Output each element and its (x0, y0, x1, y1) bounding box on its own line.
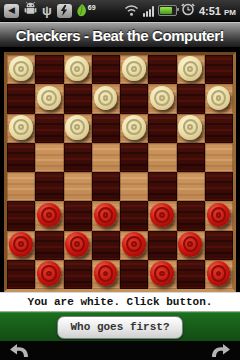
red-checker[interactable] (94, 261, 118, 286)
red-checker[interactable] (207, 261, 231, 286)
bolt-icon (57, 4, 72, 18)
board-square[interactable] (205, 260, 233, 289)
status-bar: ◀ ψ (0, 0, 240, 22)
white-checker[interactable] (94, 86, 118, 111)
board-square[interactable] (148, 84, 176, 113)
board-square[interactable] (177, 231, 205, 260)
board-square[interactable] (64, 201, 92, 230)
title-bar: Checkers - Beat the Computer! (0, 22, 240, 48)
red-checker[interactable] (122, 232, 146, 257)
white-checker[interactable] (9, 56, 33, 81)
board-square[interactable] (205, 114, 233, 143)
board-square[interactable] (148, 143, 176, 172)
board-square[interactable] (148, 114, 176, 143)
board-square[interactable] (177, 143, 205, 172)
board-square[interactable] (148, 260, 176, 289)
board-square[interactable] (120, 84, 148, 113)
white-checker[interactable] (122, 56, 146, 81)
checker-center (131, 124, 137, 130)
board-square[interactable] (35, 172, 63, 201)
board-square[interactable] (120, 114, 148, 143)
board-square[interactable] (177, 84, 205, 113)
board-square[interactable] (92, 84, 120, 113)
board-square[interactable] (148, 55, 176, 84)
checker-center (159, 95, 165, 101)
board-square[interactable] (35, 231, 63, 260)
checker-center (46, 95, 52, 101)
white-checker[interactable] (65, 56, 89, 81)
board-square[interactable] (7, 84, 35, 113)
board-square[interactable] (7, 201, 35, 230)
board-square[interactable] (205, 201, 233, 230)
board-square[interactable] (7, 55, 35, 84)
board-square[interactable] (120, 201, 148, 230)
action-panel: Who goes first? (0, 312, 240, 341)
board-square[interactable] (64, 114, 92, 143)
red-checker[interactable] (37, 261, 61, 286)
white-checker[interactable] (65, 115, 89, 140)
checker-center (74, 66, 80, 72)
board-square[interactable] (35, 201, 63, 230)
board-square[interactable] (64, 143, 92, 172)
board-square[interactable] (205, 231, 233, 260)
bottom-nav-bar (0, 341, 240, 360)
back-icon: ◀ (4, 4, 19, 18)
board-square[interactable] (120, 231, 148, 260)
board-square[interactable] (7, 114, 35, 143)
board-square[interactable] (205, 143, 233, 172)
board-square[interactable] (35, 143, 63, 172)
leaf-battery-icon: 69 (77, 4, 96, 17)
board-square[interactable] (7, 143, 35, 172)
board-square[interactable] (177, 260, 205, 289)
message-bar: You are white. Click button. (0, 292, 240, 312)
android-icon (24, 2, 37, 20)
red-checker[interactable] (9, 232, 33, 257)
board-square[interactable] (177, 201, 205, 230)
board-frame (4, 52, 236, 292)
board-square[interactable] (120, 172, 148, 201)
board-square[interactable] (7, 172, 35, 201)
board-square[interactable] (35, 260, 63, 289)
white-checker[interactable] (178, 56, 202, 81)
board-square[interactable] (177, 55, 205, 84)
white-checker[interactable] (37, 86, 61, 111)
signal-strength-icon (143, 5, 154, 17)
board-square[interactable] (92, 114, 120, 143)
board-square[interactable] (205, 84, 233, 113)
checker-center (131, 66, 137, 72)
white-checker[interactable] (150, 86, 174, 111)
board-square[interactable] (35, 84, 63, 113)
board-square[interactable] (148, 172, 176, 201)
checker-center (18, 66, 24, 72)
board-square[interactable] (64, 172, 92, 201)
red-checker[interactable] (150, 203, 174, 228)
status-message: You are white. Click button. (28, 296, 213, 308)
board-square[interactable] (205, 172, 233, 201)
red-checker[interactable] (207, 203, 231, 228)
board-square[interactable] (64, 84, 92, 113)
app-title: Checkers - Beat the Computer! (16, 27, 224, 44)
board-square[interactable] (205, 55, 233, 84)
board-square[interactable] (148, 231, 176, 260)
board-square[interactable] (7, 260, 35, 289)
battery-percent-label: 69 (88, 4, 96, 11)
board-square[interactable] (92, 201, 120, 230)
checker-center (46, 212, 52, 218)
wifi-icon (124, 2, 139, 20)
board-square[interactable] (92, 55, 120, 84)
board-square[interactable] (7, 231, 35, 260)
board-square[interactable] (120, 55, 148, 84)
red-checker[interactable] (37, 203, 61, 228)
board-square[interactable] (64, 231, 92, 260)
board-square[interactable] (177, 172, 205, 201)
checker-center (18, 124, 24, 130)
white-checker[interactable] (178, 115, 202, 140)
white-checker[interactable] (9, 115, 33, 140)
board-square[interactable] (35, 55, 63, 84)
board-square[interactable] (148, 201, 176, 230)
checker-center (187, 66, 193, 72)
white-checker[interactable] (207, 86, 231, 111)
usb-icon: ψ (42, 4, 52, 17)
red-checker[interactable] (150, 261, 174, 286)
white-checker[interactable] (122, 115, 146, 140)
board-square[interactable] (177, 114, 205, 143)
checker-center (18, 241, 24, 247)
alarm-clock-icon (181, 2, 195, 20)
phone-screen: ◀ ψ (0, 0, 240, 360)
board-square[interactable] (92, 143, 120, 172)
board-square[interactable] (92, 260, 120, 289)
board-square[interactable] (35, 114, 63, 143)
red-checker[interactable] (65, 232, 89, 257)
battery-icon (158, 5, 177, 16)
checker-center (159, 212, 165, 218)
clock-time: 4:51 PM (199, 5, 236, 17)
red-checker[interactable] (178, 232, 202, 257)
who-goes-first-button[interactable]: Who goes first? (57, 316, 182, 339)
board-square[interactable] (64, 55, 92, 84)
board-square[interactable] (92, 172, 120, 201)
red-checker[interactable] (94, 203, 118, 228)
checker-center (131, 241, 137, 247)
board-square[interactable] (120, 143, 148, 172)
redo-arrow-icon[interactable] (210, 343, 232, 358)
checkers-board[interactable] (7, 55, 233, 289)
board-square[interactable] (120, 260, 148, 289)
board-square[interactable] (92, 231, 120, 260)
board-square[interactable] (64, 260, 92, 289)
undo-arrow-icon[interactable] (8, 343, 30, 358)
